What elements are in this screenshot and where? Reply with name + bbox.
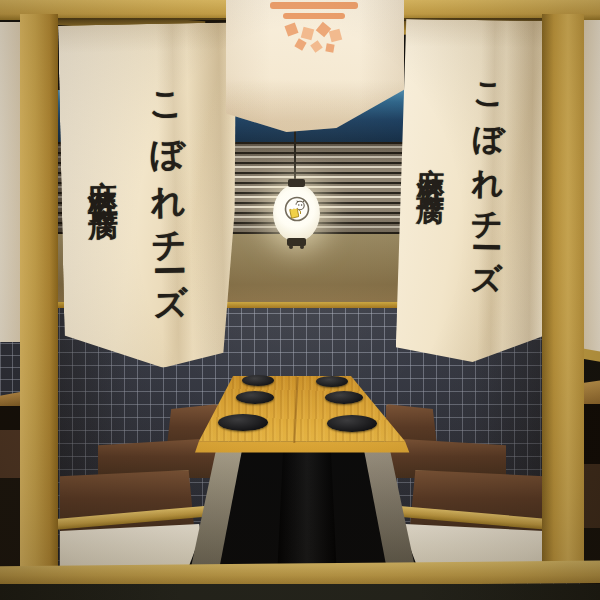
neighbor-booth-curtain-left [0,22,21,346]
plate-back-right [316,376,348,387]
plate-mid-right [325,391,363,404]
plate-front-left [218,414,268,431]
plate-back-left [242,375,274,386]
noren-left: こぼれチーズ 麻婆豆腐 [58,22,243,370]
frame-pillar-left [20,14,58,580]
neighbor-cushion-left [0,430,21,480]
plate-front-right [327,415,377,432]
crest-cube [325,43,334,52]
noren-right: こぼれチーズ 麻婆豆腐 [396,19,549,363]
lantern-foot [289,245,293,249]
noren-right-main-text: こぼれチーズ [471,62,505,281]
lantern-top-cap [288,179,305,187]
plate-mid-left [236,391,274,404]
floor [0,584,600,600]
noren-right-sub-text: 麻婆豆腐 [416,145,444,181]
noren-left-main-text: こぼれチーズ [149,69,188,305]
table-pedestal [277,452,337,578]
lantern-foot [300,245,304,249]
noren-left-sub-text: 麻婆豆腐 [87,157,118,194]
lantern-cat-beer-crest-icon [282,195,312,225]
neighbor-cushion-right [582,464,600,530]
crest-bar-bottom [283,13,345,19]
neighbor-booth-curtain-right [582,20,600,358]
izakaya-booth-photo: こぼれチーズ 麻婆豆腐 こぼれチーズ 麻婆豆腐 [0,0,600,600]
crest-bar-top [270,2,358,9]
frame-pillar-right [542,14,584,580]
neighbor-shadow-right [582,404,600,466]
